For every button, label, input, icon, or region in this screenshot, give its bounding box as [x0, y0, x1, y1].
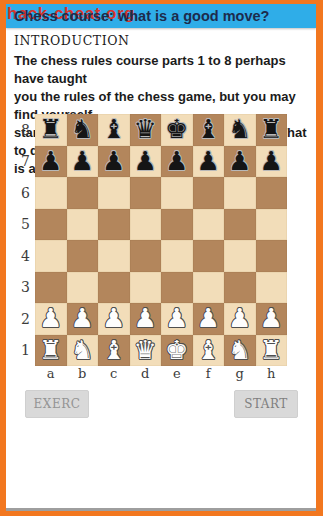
- paragraph-line: The chess rules course parts 1 to 8 perh…: [14, 52, 316, 88]
- square-c8[interactable]: ♝: [98, 114, 130, 146]
- white-pawn: ♟: [130, 303, 162, 335]
- square-d2[interactable]: ♟: [130, 303, 162, 335]
- chess-board[interactable]: ♜♞♝♛♚♝♞♜♟♟♟♟♟♟♟♟♟♟♟♟♟♟♟♟♜♞♝♛♚♝♞♜: [35, 114, 287, 366]
- square-g4[interactable]: [224, 240, 256, 272]
- black-pawn: ♟: [224, 146, 256, 178]
- square-g1[interactable]: ♞: [224, 335, 256, 367]
- black-knight: ♞: [67, 114, 99, 146]
- square-f1[interactable]: ♝: [193, 335, 225, 367]
- square-b5[interactable]: [67, 209, 99, 241]
- square-f2[interactable]: ♟: [193, 303, 225, 335]
- white-pawn: ♟: [193, 303, 225, 335]
- rank-label-3: 3: [6, 272, 35, 304]
- square-b8[interactable]: ♞: [67, 114, 99, 146]
- square-f8[interactable]: ♝: [193, 114, 225, 146]
- square-e3[interactable]: [161, 272, 193, 304]
- square-e7[interactable]: ♟: [161, 146, 193, 178]
- black-pawn: ♟: [67, 146, 99, 178]
- square-a2[interactable]: ♟: [35, 303, 67, 335]
- white-pawn: ♟: [256, 303, 288, 335]
- introduction-heading: INTRODUCTION: [14, 33, 130, 48]
- file-labels: abcdefgh: [35, 366, 287, 384]
- square-a6[interactable]: [35, 177, 67, 209]
- square-f7[interactable]: ♟: [193, 146, 225, 178]
- white-rook: ♜: [35, 335, 67, 367]
- file-label-h: h: [256, 366, 288, 384]
- rank-labels: 87654321: [6, 114, 35, 366]
- white-knight: ♞: [224, 335, 256, 367]
- square-d1[interactable]: ♛: [130, 335, 162, 367]
- black-pawn: ♟: [161, 146, 193, 178]
- square-a8[interactable]: ♜: [35, 114, 67, 146]
- square-g6[interactable]: [224, 177, 256, 209]
- square-f5[interactable]: [193, 209, 225, 241]
- white-queen: ♛: [130, 335, 162, 367]
- square-d7[interactable]: ♟: [130, 146, 162, 178]
- square-c7[interactable]: ♟: [98, 146, 130, 178]
- rank-label-6: 6: [6, 177, 35, 209]
- square-f4[interactable]: [193, 240, 225, 272]
- square-h2[interactable]: ♟: [256, 303, 288, 335]
- square-a7[interactable]: ♟: [35, 146, 67, 178]
- file-label-d: d: [130, 366, 162, 384]
- bottom-divider: [6, 508, 316, 511]
- square-a1[interactable]: ♜: [35, 335, 67, 367]
- square-c6[interactable]: [98, 177, 130, 209]
- black-knight: ♞: [224, 114, 256, 146]
- square-h1[interactable]: ♜: [256, 335, 288, 367]
- square-g8[interactable]: ♞: [224, 114, 256, 146]
- white-pawn: ♟: [98, 303, 130, 335]
- app-window: hack-cheat.org Chess course: what is a g…: [0, 0, 323, 516]
- square-a4[interactable]: [35, 240, 67, 272]
- square-h7[interactable]: ♟: [256, 146, 288, 178]
- file-label-c: c: [98, 366, 130, 384]
- square-h3[interactable]: [256, 272, 288, 304]
- square-e6[interactable]: [161, 177, 193, 209]
- square-f6[interactable]: [193, 177, 225, 209]
- square-c3[interactable]: [98, 272, 130, 304]
- file-label-e: e: [161, 366, 193, 384]
- file-label-g: g: [224, 366, 256, 384]
- white-pawn: ♟: [224, 303, 256, 335]
- square-d5[interactable]: [130, 209, 162, 241]
- square-c1[interactable]: ♝: [98, 335, 130, 367]
- rank-label-4: 4: [6, 240, 35, 272]
- black-pawn: ♟: [35, 146, 67, 178]
- white-rook: ♜: [256, 335, 288, 367]
- white-pawn: ♟: [35, 303, 67, 335]
- square-a3[interactable]: [35, 272, 67, 304]
- square-h6[interactable]: [256, 177, 288, 209]
- app-header-bar: hack-cheat.org Chess course: what is a g…: [6, 4, 316, 28]
- page-title: Chess course: what is a good move?: [14, 4, 269, 28]
- square-f3[interactable]: [193, 272, 225, 304]
- black-queen: ♛: [130, 114, 162, 146]
- black-pawn: ♟: [98, 146, 130, 178]
- start-button[interactable]: START: [234, 390, 298, 418]
- black-bishop: ♝: [98, 114, 130, 146]
- file-label-f: f: [193, 366, 225, 384]
- black-pawn: ♟: [193, 146, 225, 178]
- rank-label-1: 1: [6, 335, 35, 367]
- exerc-button[interactable]: EXERC: [25, 390, 89, 418]
- square-c2[interactable]: ♟: [98, 303, 130, 335]
- white-king: ♚: [161, 335, 193, 367]
- square-b4[interactable]: [67, 240, 99, 272]
- square-g7[interactable]: ♟: [224, 146, 256, 178]
- square-e1[interactable]: ♚: [161, 335, 193, 367]
- rank-label-8: 8: [6, 114, 35, 146]
- black-bishop: ♝: [193, 114, 225, 146]
- rank-label-7: 7: [6, 146, 35, 178]
- white-bishop: ♝: [193, 335, 225, 367]
- black-king: ♚: [161, 114, 193, 146]
- square-e5[interactable]: [161, 209, 193, 241]
- square-h5[interactable]: [256, 209, 288, 241]
- square-d4[interactable]: [130, 240, 162, 272]
- rank-label-5: 5: [6, 209, 35, 241]
- square-c5[interactable]: [98, 209, 130, 241]
- square-e4[interactable]: [161, 240, 193, 272]
- square-c4[interactable]: [98, 240, 130, 272]
- black-pawn: ♟: [130, 146, 162, 178]
- square-d6[interactable]: [130, 177, 162, 209]
- square-b7[interactable]: ♟: [67, 146, 99, 178]
- square-e8[interactable]: ♚: [161, 114, 193, 146]
- white-pawn: ♟: [161, 303, 193, 335]
- square-e2[interactable]: ♟: [161, 303, 193, 335]
- white-bishop: ♝: [98, 335, 130, 367]
- black-rook: ♜: [35, 114, 67, 146]
- white-knight: ♞: [67, 335, 99, 367]
- square-b2[interactable]: ♟: [67, 303, 99, 335]
- file-label-b: b: [67, 366, 99, 384]
- black-rook: ♜: [256, 114, 288, 146]
- square-g3[interactable]: [224, 272, 256, 304]
- square-a5[interactable]: [35, 209, 67, 241]
- rank-label-2: 2: [6, 303, 35, 335]
- square-d3[interactable]: [130, 272, 162, 304]
- file-label-a: a: [35, 366, 67, 384]
- square-h4[interactable]: [256, 240, 288, 272]
- square-g5[interactable]: [224, 209, 256, 241]
- square-b6[interactable]: [67, 177, 99, 209]
- square-g2[interactable]: ♟: [224, 303, 256, 335]
- square-h8[interactable]: ♜: [256, 114, 288, 146]
- square-b1[interactable]: ♞: [67, 335, 99, 367]
- black-pawn: ♟: [256, 146, 288, 178]
- white-pawn: ♟: [67, 303, 99, 335]
- square-b3[interactable]: [67, 272, 99, 304]
- square-d8[interactable]: ♛: [130, 114, 162, 146]
